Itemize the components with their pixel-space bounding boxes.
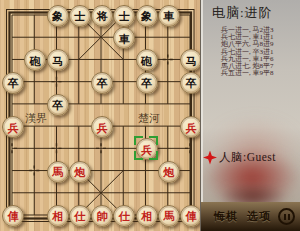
- board-point[interactable]: [112, 182, 134, 204]
- piece-glyph: 車: [163, 11, 174, 22]
- piece-glyph: 炮: [163, 167, 174, 178]
- piece-red-soldier[interactable]: 兵: [2, 116, 24, 138]
- computer-level-label: 电脑:进阶: [212, 4, 273, 22]
- board-point[interactable]: [157, 137, 179, 159]
- board-point[interactable]: [112, 159, 134, 181]
- piece-red-horse[interactable]: 馬: [47, 161, 69, 183]
- board-point[interactable]: 卒: [1, 71, 23, 93]
- board-point[interactable]: 帥: [90, 204, 112, 226]
- piece-red-cannon[interactable]: 炮: [158, 161, 180, 183]
- board-point[interactable]: [90, 93, 112, 115]
- decorative-red-blur: [209, 118, 300, 180]
- board-point[interactable]: 兵: [179, 115, 201, 137]
- board-point[interactable]: 砲: [23, 48, 45, 70]
- board-point[interactable]: [68, 26, 90, 48]
- board-point[interactable]: [179, 26, 201, 48]
- board-point[interactable]: [112, 137, 134, 159]
- move-list: 兵一进一, 马2进3兵七进一, 車1进1炮八平六, 马8进9兵七进一, 卒3进1…: [221, 27, 274, 77]
- board-point[interactable]: 車: [157, 4, 179, 26]
- piece-glyph: 馬: [52, 167, 63, 178]
- board-point[interactable]: [157, 71, 179, 93]
- piece-black-horse[interactable]: 马: [47, 49, 69, 71]
- piece-red-general[interactable]: 帥: [91, 205, 113, 227]
- board-point[interactable]: [1, 4, 23, 26]
- board-point[interactable]: [45, 71, 67, 93]
- board-point[interactable]: 相: [45, 204, 67, 226]
- piece-black-soldier[interactable]: 卒: [2, 72, 24, 94]
- board-point[interactable]: [23, 4, 45, 26]
- piece-glyph: 俥: [186, 211, 197, 222]
- piece-glyph: 士: [119, 11, 130, 22]
- player-row: 人脑:Guest: [203, 150, 276, 165]
- piece-black-advisor[interactable]: 士: [113, 5, 135, 27]
- board-point[interactable]: 卒: [45, 93, 67, 115]
- side-panel: 电脑:进阶 兵一进一, 马2进3兵七进一, 車1进1炮八平六, 马8进9兵七进一…: [200, 0, 300, 231]
- board-point[interactable]: [23, 26, 45, 48]
- piece-glyph: 仕: [74, 211, 85, 222]
- piece-black-cannon[interactable]: 砲: [24, 49, 46, 71]
- board-point[interactable]: [112, 93, 134, 115]
- piece-black-advisor[interactable]: 士: [69, 5, 91, 27]
- board-point[interactable]: [68, 137, 90, 159]
- board-point[interactable]: 卒: [134, 71, 156, 93]
- board-point[interactable]: 俥: [179, 204, 201, 226]
- board-point[interactable]: [179, 137, 201, 159]
- piece-black-chariot[interactable]: 車: [113, 27, 135, 49]
- board-point[interactable]: 馬: [157, 204, 179, 226]
- piece-glyph: 卒: [97, 78, 108, 89]
- piece-black-soldier[interactable]: 卒: [136, 72, 158, 94]
- board-point[interactable]: [45, 115, 67, 137]
- board-point[interactable]: [68, 48, 90, 70]
- board-point[interactable]: [112, 71, 134, 93]
- piece-red-soldier[interactable]: 兵: [136, 138, 158, 160]
- piece-red-elephant[interactable]: 相: [136, 205, 158, 227]
- piece-glyph: 兵: [97, 122, 108, 133]
- board-point[interactable]: 馬: [45, 159, 67, 181]
- piece-glyph: 馬: [163, 211, 174, 222]
- piece-black-soldier[interactable]: 卒: [180, 72, 202, 94]
- board-point[interactable]: 兵: [1, 115, 23, 137]
- board-point[interactable]: 相: [134, 204, 156, 226]
- board-point[interactable]: 士: [112, 4, 134, 26]
- piece-red-elephant[interactable]: 相: [47, 205, 69, 227]
- piece-black-cannon[interactable]: 砲: [136, 49, 158, 71]
- piece-glyph: 相: [52, 211, 63, 222]
- board-point[interactable]: [134, 159, 156, 181]
- board-point[interactable]: [1, 182, 23, 204]
- board-point[interactable]: [90, 159, 112, 181]
- board-point[interactable]: [90, 26, 112, 48]
- board-point[interactable]: 兵: [90, 115, 112, 137]
- star-icon: [203, 151, 217, 165]
- undo-button[interactable]: 悔棋: [214, 209, 238, 224]
- board-point[interactable]: 炮: [68, 159, 90, 181]
- player-name-label: 人脑:Guest: [219, 150, 276, 165]
- board-point[interactable]: [45, 137, 67, 159]
- piece-glyph: 士: [74, 11, 85, 22]
- board-point[interactable]: [90, 48, 112, 70]
- move-row: 兵五进一, 車9平8: [221, 70, 274, 77]
- board-point[interactable]: 車: [112, 26, 134, 48]
- board-point[interactable]: [23, 115, 45, 137]
- board-grid: 象士将士象車車砲马砲马卒卒卒卒卒兵兵兵兵馬炮炮俥相仕帥仕相馬俥: [1, 4, 201, 226]
- board-point[interactable]: [112, 48, 134, 70]
- board-point[interactable]: 仕: [112, 204, 134, 226]
- piece-glyph: 将: [97, 11, 108, 22]
- board-point[interactable]: 仕: [68, 204, 90, 226]
- board-point[interactable]: [179, 159, 201, 181]
- piece-red-horse[interactable]: 馬: [158, 205, 180, 227]
- piece-red-soldier[interactable]: 兵: [180, 116, 202, 138]
- piece-glyph: 马: [52, 55, 63, 66]
- piece-glyph: 俥: [8, 211, 19, 222]
- piece-red-chariot[interactable]: 俥: [180, 205, 202, 227]
- piece-glyph: 兵: [8, 122, 19, 133]
- board-point[interactable]: 马: [45, 48, 67, 70]
- board-point[interactable]: 将: [90, 4, 112, 26]
- board-point[interactable]: 卒: [90, 71, 112, 93]
- piece-glyph: 卒: [52, 100, 63, 111]
- board-point[interactable]: 士: [68, 4, 90, 26]
- piece-glyph: 卒: [141, 78, 152, 89]
- piece-glyph: 砲: [30, 55, 41, 66]
- board-point[interactable]: 马: [179, 48, 201, 70]
- board-point[interactable]: [23, 137, 45, 159]
- board-point[interactable]: [68, 115, 90, 137]
- board-point[interactable]: [23, 204, 45, 226]
- piece-glyph: 仕: [119, 211, 130, 222]
- piece-black-soldier[interactable]: 卒: [47, 94, 69, 116]
- board-point[interactable]: [157, 115, 179, 137]
- board-point[interactable]: 炮: [157, 159, 179, 181]
- board-point[interactable]: [90, 137, 112, 159]
- xiangqi-board: 漢界 楚河 象士将士象車車砲马砲马卒卒卒卒卒兵兵兵兵馬炮炮俥相仕帥仕相馬俥: [0, 0, 200, 231]
- piece-glyph: 卒: [186, 78, 197, 89]
- board-point[interactable]: [23, 182, 45, 204]
- piece-red-cannon[interactable]: 炮: [69, 161, 91, 183]
- board-point[interactable]: [157, 48, 179, 70]
- piece-glyph: 卒: [8, 78, 19, 89]
- piece-glyph: 帥: [97, 211, 108, 222]
- piece-red-chariot[interactable]: 俥: [2, 205, 24, 227]
- board-point[interactable]: [90, 182, 112, 204]
- piece-glyph: 兵: [186, 122, 197, 133]
- piece-glyph: 車: [119, 33, 130, 44]
- pause-icon[interactable]: [278, 208, 295, 225]
- board-point[interactable]: [179, 182, 201, 204]
- piece-glyph: 相: [141, 211, 152, 222]
- board-point[interactable]: [157, 93, 179, 115]
- board-point[interactable]: [1, 137, 23, 159]
- board-point[interactable]: [112, 115, 134, 137]
- board-point[interactable]: [134, 26, 156, 48]
- piece-black-horse[interactable]: 马: [180, 49, 202, 71]
- board-point[interactable]: 象: [45, 4, 67, 26]
- board-point[interactable]: 象: [134, 4, 156, 26]
- piece-glyph: 兵: [141, 144, 152, 155]
- piece-glyph: 象: [141, 11, 152, 22]
- piece-glyph: 炮: [74, 167, 85, 178]
- piece-red-advisor[interactable]: 仕: [69, 205, 91, 227]
- board-point[interactable]: [1, 26, 23, 48]
- board-point[interactable]: 砲: [134, 48, 156, 70]
- piece-black-general[interactable]: 将: [91, 5, 113, 27]
- board-point[interactable]: [45, 182, 67, 204]
- board-point[interactable]: [179, 93, 201, 115]
- board-point[interactable]: [1, 48, 23, 70]
- board-point[interactable]: [68, 71, 90, 93]
- piece-black-soldier[interactable]: 卒: [91, 72, 113, 94]
- piece-glyph: 马: [186, 55, 197, 66]
- bottom-toolbar: 悔棋 选项: [201, 202, 300, 231]
- board-point[interactable]: [23, 93, 45, 115]
- board-point[interactable]: [179, 4, 201, 26]
- piece-black-elephant[interactable]: 象: [136, 5, 158, 27]
- piece-red-advisor[interactable]: 仕: [113, 205, 135, 227]
- piece-red-soldier[interactable]: 兵: [91, 116, 113, 138]
- piece-glyph: 象: [52, 11, 63, 22]
- piece-glyph: 砲: [141, 55, 152, 66]
- board-point[interactable]: 兵: [134, 137, 156, 159]
- board-point[interactable]: [23, 159, 45, 181]
- piece-black-elephant[interactable]: 象: [47, 5, 69, 27]
- board-point[interactable]: 俥: [1, 204, 23, 226]
- xiangqi-app-window: 漢界 楚河 象士将士象車車砲马砲马卒卒卒卒卒兵兵兵兵馬炮炮俥相仕帥仕相馬俥 电脑…: [0, 0, 300, 231]
- board-point[interactable]: [134, 115, 156, 137]
- piece-black-chariot[interactable]: 車: [158, 5, 180, 27]
- board-point[interactable]: [68, 182, 90, 204]
- board-point[interactable]: [157, 26, 179, 48]
- board-point[interactable]: [157, 182, 179, 204]
- board-point[interactable]: 卒: [179, 71, 201, 93]
- board-point[interactable]: [134, 182, 156, 204]
- board-point[interactable]: [1, 159, 23, 181]
- board-point[interactable]: [1, 93, 23, 115]
- options-button[interactable]: 选项: [247, 209, 271, 224]
- board-point[interactable]: [134, 93, 156, 115]
- board-point[interactable]: [68, 93, 90, 115]
- board-point[interactable]: [23, 71, 45, 93]
- board-point[interactable]: [45, 26, 67, 48]
